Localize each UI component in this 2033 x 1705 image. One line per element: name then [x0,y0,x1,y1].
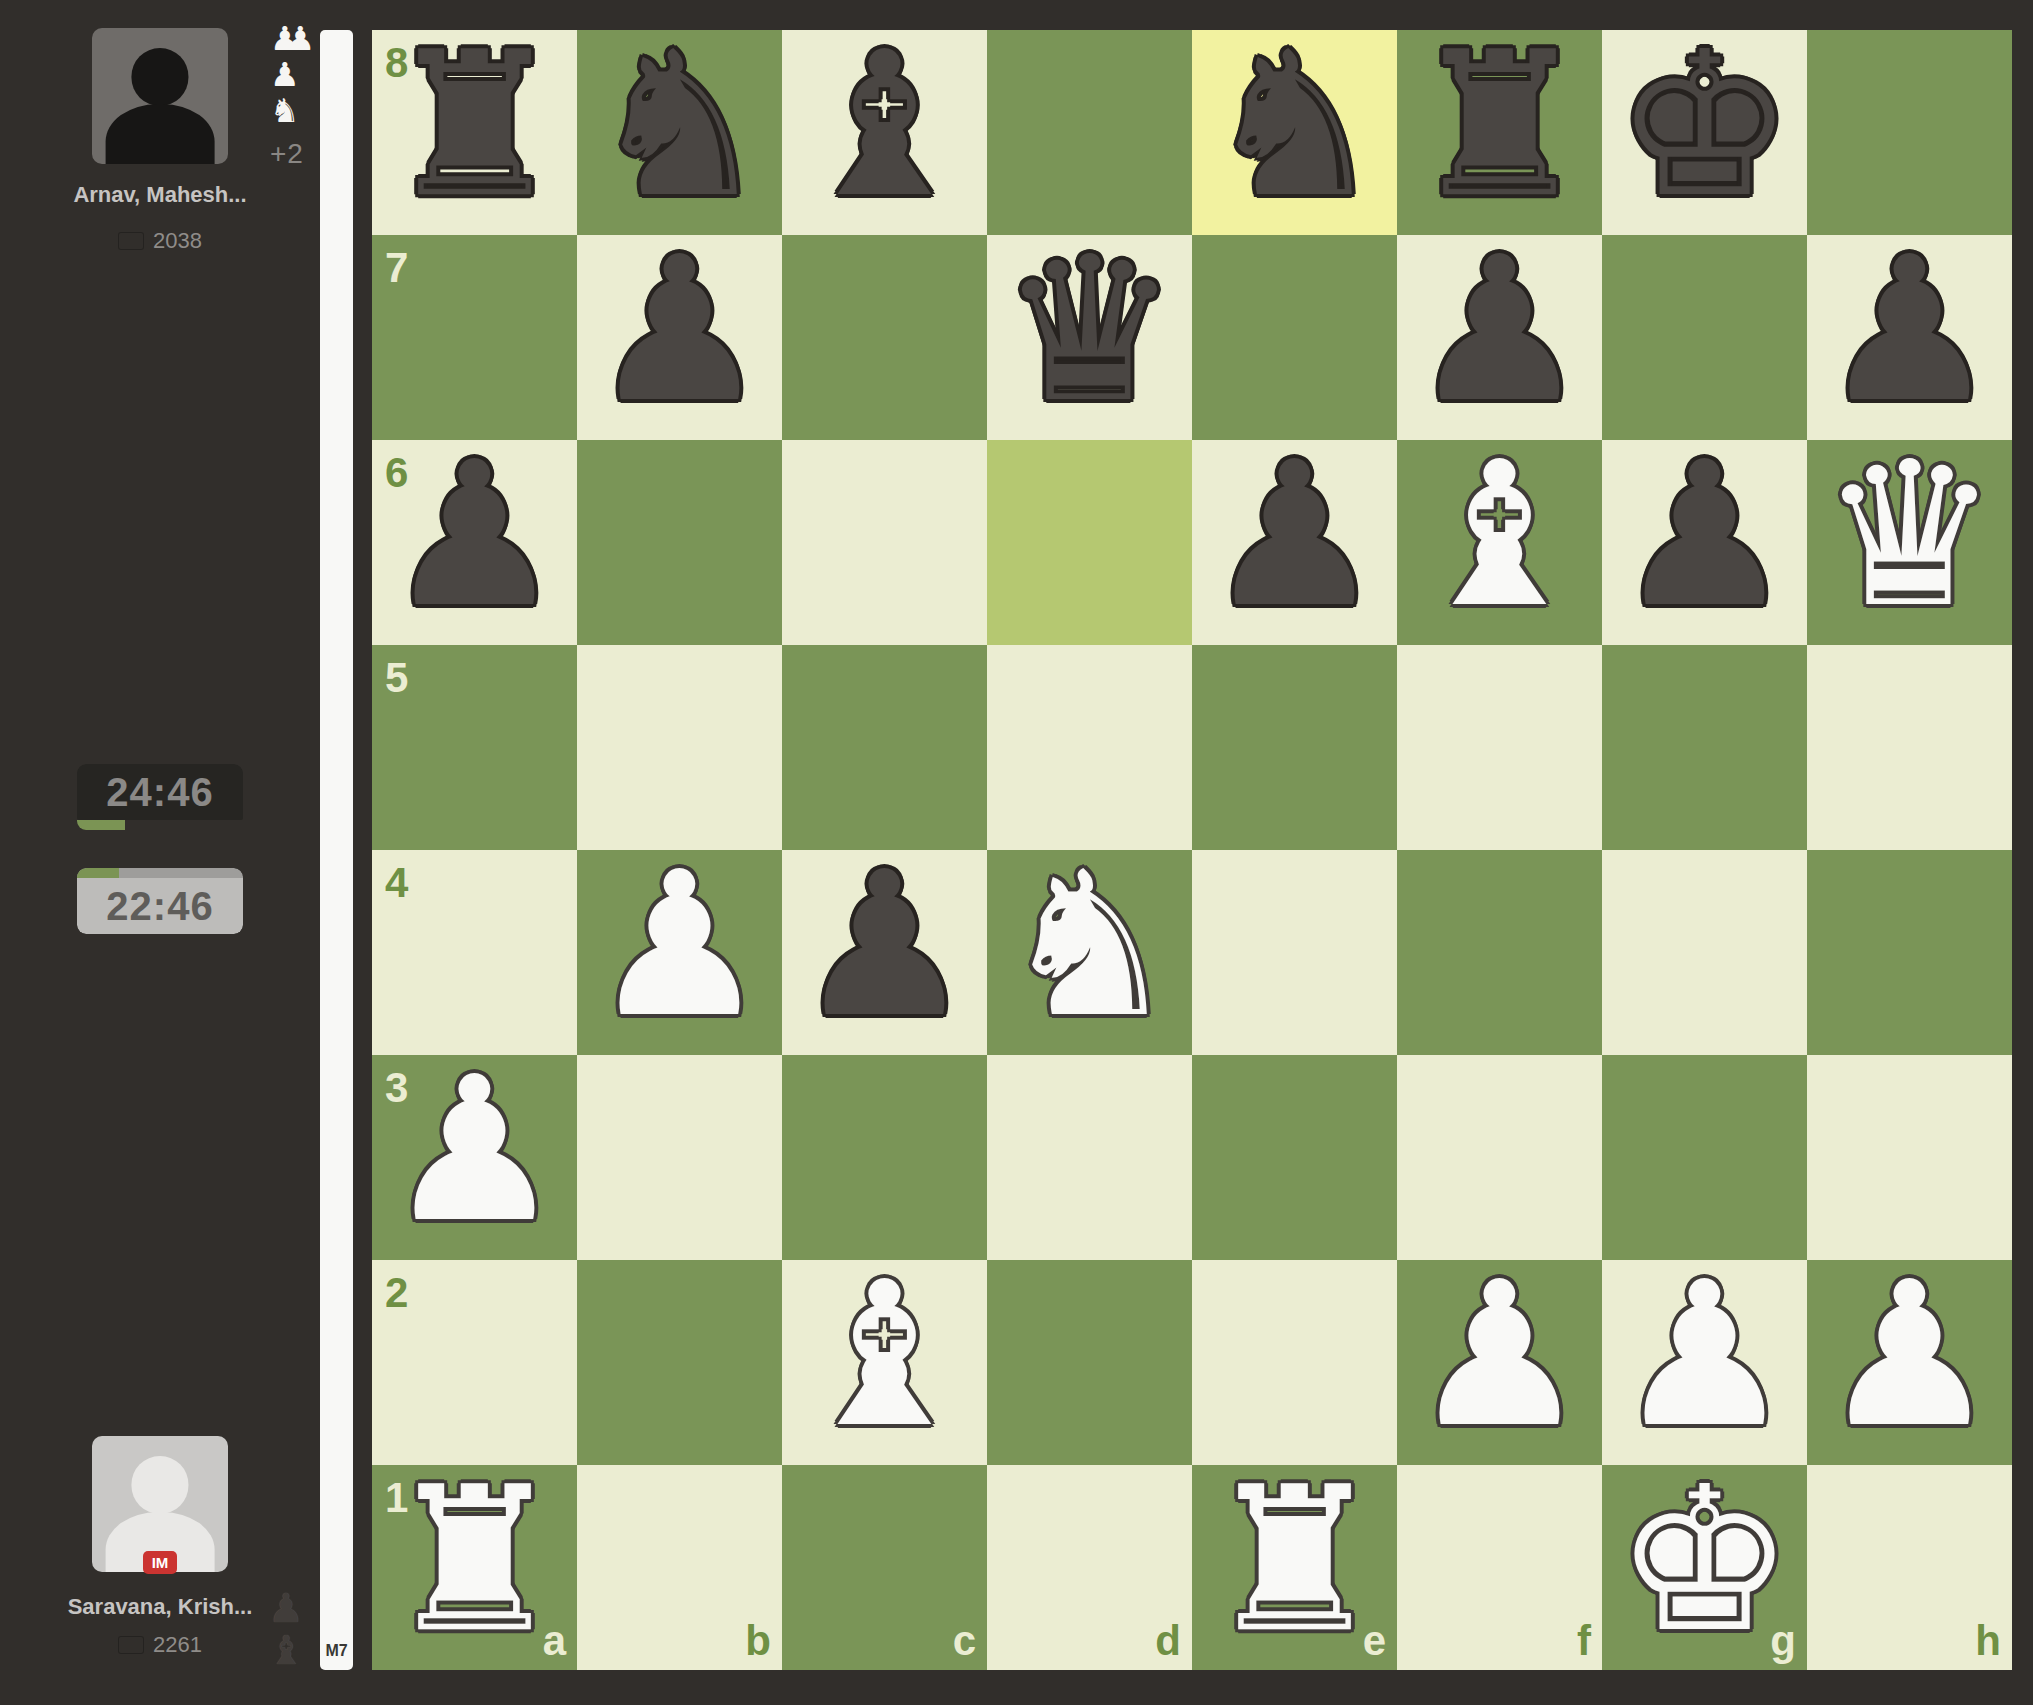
white-rook-a1[interactable]: ♜ [385,1460,564,1660]
square-c7[interactable] [782,235,987,440]
black-knight-b8[interactable]: ♞ [590,25,769,225]
black-knight-e8[interactable]: ♞ [1205,25,1384,225]
square-b1[interactable]: b [577,1465,782,1670]
square-h2[interactable]: ♟ [1807,1260,2012,1465]
file-label-b: b [745,1620,771,1662]
square-b2[interactable] [577,1260,782,1465]
players-sidebar: ♟♟♟♞+2 Arnav, Mahesh... 2038 24:46 22:46… [0,0,320,1705]
square-d5[interactable] [987,645,1192,850]
square-b3[interactable] [577,1055,782,1260]
rank-label-2: 2 [385,1272,408,1314]
square-e6[interactable]: ♟ [1192,440,1397,645]
black-bishop-c8[interactable]: ♝ [795,25,974,225]
rank-label-7: 7 [385,247,408,289]
square-d7[interactable]: ♛ [987,235,1192,440]
white-pawn-a3[interactable]: ♟ [385,1050,564,1250]
avatar-silhouette-icon [131,1456,188,1513]
black-pawn-g6[interactable]: ♟ [1615,435,1794,635]
black-rook-f8[interactable]: ♜ [1410,25,1589,225]
square-a3[interactable]: 3♟ [372,1055,577,1260]
white-pawn-g2[interactable]: ♟ [1615,1255,1794,1455]
file-label-d: d [1155,1620,1181,1662]
square-c8[interactable]: ♝ [782,30,987,235]
black-rook-a8[interactable]: ♜ [385,25,564,225]
square-b6[interactable] [577,440,782,645]
square-a6[interactable]: 6♟ [372,440,577,645]
square-c1[interactable]: c [782,1465,987,1670]
white-bishop-c2[interactable]: ♝ [795,1255,974,1455]
square-a8[interactable]: 8♜ [372,30,577,235]
pawn-icon: ♟ [270,58,300,91]
bottom-player-rating-row: 2261 [0,1632,320,1658]
square-f4[interactable] [1397,850,1602,1055]
square-h4[interactable] [1807,850,2012,1055]
square-e2[interactable] [1192,1260,1397,1465]
captured-pieces-top-tray: ♟♟♟♞+2 [270,22,315,168]
white-knight-d4[interactable]: ♞ [1000,845,1179,1045]
square-c5[interactable] [782,645,987,850]
square-f8[interactable]: ♜ [1397,30,1602,235]
file-label-c: c [953,1620,976,1662]
square-a5[interactable]: 5 [372,645,577,850]
white-pawn-h2[interactable]: ♟ [1820,1255,1999,1455]
top-clock-time: 24:46 [77,764,243,820]
white-pawn-f2[interactable]: ♟ [1410,1255,1589,1455]
chess-board: 8♜♞♝♞♜♚7♟♛♟♟6♟♟♝♟♛54♟♟♞3♟2♝♟♟♟1a♜bcde♜fg… [372,30,2012,1670]
white-rook-e1[interactable]: ♜ [1205,1460,1384,1660]
black-pawn-h7[interactable]: ♟ [1820,230,1999,430]
chess-app: { "game": "chess", "position": { "fen": … [0,0,2033,1705]
top-player-avatar[interactable] [92,28,228,164]
square-a4[interactable]: 4 [372,850,577,1055]
rank-label-5: 5 [385,657,408,699]
bottom-player-rating: 2261 [153,1632,202,1658]
black-pawn-e6[interactable]: ♟ [1205,435,1384,635]
square-d6[interactable] [987,440,1192,645]
india-flag-icon [118,1636,144,1654]
square-h3[interactable] [1807,1055,2012,1260]
avatar-silhouette-icon [106,104,215,164]
square-f1[interactable]: f [1397,1465,1602,1670]
square-a2[interactable]: 2 [372,1260,577,1465]
square-d1[interactable]: d [987,1465,1192,1670]
mate-in-label: M7 [320,1642,353,1660]
square-d4[interactable]: ♞ [987,850,1192,1055]
top-player-rating-row: 2038 [0,228,320,254]
black-pawn-a6[interactable]: ♟ [385,435,564,635]
square-e4[interactable] [1192,850,1397,1055]
top-player-clock: 24:46 [77,764,243,830]
evaluation-bar: M7 [320,30,353,1670]
im-title-badge: IM [143,1551,177,1574]
square-c6[interactable] [782,440,987,645]
black-queen-d7[interactable]: ♛ [1000,230,1179,430]
top-player-rating: 2038 [153,228,202,254]
square-c4[interactable]: ♟ [782,850,987,1055]
avatar-silhouette-icon [131,48,188,105]
black-pawn-c4[interactable]: ♟ [795,845,974,1045]
top-player-name[interactable]: Arnav, Mahesh... [0,182,320,208]
white-king-g1[interactable]: ♚ [1615,1460,1794,1660]
square-h6[interactable]: ♛ [1807,440,2012,645]
india-flag-icon [118,232,144,250]
white-queen-h6[interactable]: ♛ [1820,435,1999,635]
bottom-player-clock: 22:46 [77,868,243,934]
square-a7[interactable]: 7 [372,235,577,440]
square-g1[interactable]: g♚ [1602,1465,1807,1670]
square-f3[interactable] [1397,1055,1602,1260]
black-pawn-f7[interactable]: ♟ [1410,230,1589,430]
square-b5[interactable] [577,645,782,850]
square-g2[interactable]: ♟ [1602,1260,1807,1465]
square-g4[interactable] [1602,850,1807,1055]
square-c2[interactable]: ♝ [782,1260,987,1465]
square-b8[interactable]: ♞ [577,30,782,235]
square-f7[interactable]: ♟ [1397,235,1602,440]
square-f2[interactable]: ♟ [1397,1260,1602,1465]
bottom-clock-progress-track [77,868,243,878]
square-f6[interactable]: ♝ [1397,440,1602,645]
square-f5[interactable] [1397,645,1602,850]
square-g3[interactable] [1602,1055,1807,1260]
square-e7[interactable] [1192,235,1397,440]
square-b7[interactable]: ♟ [577,235,782,440]
knight-icon: ♞ [270,94,300,127]
square-d8[interactable] [987,30,1192,235]
square-a1[interactable]: 1a♜ [372,1465,577,1670]
white-bishop-f6[interactable]: ♝ [1410,435,1589,635]
bottom-clock-time: 22:46 [77,878,243,934]
square-d3[interactable] [987,1055,1192,1260]
white-pawn-b4[interactable]: ♟ [590,845,769,1045]
square-e1[interactable]: e♜ [1192,1465,1397,1670]
top-clock-progress-track [77,820,243,830]
bottom-clock-progress-fill [77,868,119,878]
top-clock-progress-fill [77,820,125,830]
bottom-player-name[interactable]: Saravana, Krish... [0,1594,320,1620]
file-label-f: f [1577,1620,1591,1662]
square-b4[interactable]: ♟ [577,850,782,1055]
square-g7[interactable] [1602,235,1807,440]
black-pawn-b7[interactable]: ♟ [590,230,769,430]
square-g8[interactable]: ♚ [1602,30,1807,235]
square-g5[interactable] [1602,645,1807,850]
material-advantage: +2 [270,140,304,168]
square-d2[interactable] [987,1260,1192,1465]
square-e5[interactable] [1192,645,1397,850]
square-g6[interactable]: ♟ [1602,440,1807,645]
black-king-g8[interactable]: ♚ [1615,25,1794,225]
square-c3[interactable] [782,1055,987,1260]
square-e8[interactable]: ♞ [1192,30,1397,235]
square-h8[interactable] [1807,30,2012,235]
file-label-h: h [1975,1620,2001,1662]
square-h7[interactable]: ♟ [1807,235,2012,440]
square-h1[interactable]: h [1807,1465,2012,1670]
square-h5[interactable] [1807,645,2012,850]
pawn-pair-icon: ♟♟ [270,22,315,55]
square-e3[interactable] [1192,1055,1397,1260]
rank-label-4: 4 [385,862,408,904]
